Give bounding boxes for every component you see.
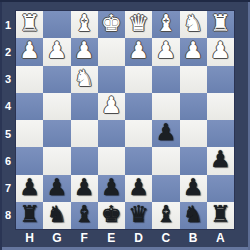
file-label-b: B bbox=[180, 229, 207, 247]
file-label-h: H bbox=[16, 229, 43, 247]
square-h4[interactable] bbox=[16, 93, 43, 120]
black-rook-h8: ♜ bbox=[19, 203, 40, 226]
square-c8[interactable]: ♝ bbox=[152, 202, 179, 229]
square-a4[interactable] bbox=[207, 93, 234, 120]
chess-board-frame: 12345678 ♜♝♚♛♝♞♜♟♟♟♟♟♟♟♞♟♟♟♟♟♟♟♟♟♜♞♝♚♛♝♞… bbox=[0, 0, 250, 250]
white-rook-h1: ♜ bbox=[19, 12, 40, 35]
rank-label-7: 7 bbox=[0, 175, 16, 202]
file-label-a: A bbox=[207, 229, 234, 247]
black-pawn-a6: ♟ bbox=[210, 148, 231, 171]
file-labels: HGFEDCBA bbox=[16, 229, 234, 247]
black-queen-d8: ♛ bbox=[128, 203, 149, 226]
white-pawn-c2: ♟ bbox=[156, 39, 177, 62]
rank-label-8: 8 bbox=[0, 202, 16, 229]
square-e6[interactable] bbox=[98, 147, 125, 174]
square-b8[interactable]: ♞ bbox=[180, 202, 207, 229]
black-pawn-c5: ♟ bbox=[156, 121, 177, 144]
white-king-e1: ♚ bbox=[101, 12, 122, 35]
square-b4[interactable] bbox=[180, 93, 207, 120]
file-label-d: D bbox=[125, 229, 152, 247]
square-f1[interactable]: ♝ bbox=[71, 11, 98, 38]
square-c3[interactable] bbox=[152, 66, 179, 93]
file-label-c: C bbox=[152, 229, 179, 247]
black-pawn-d7: ♟ bbox=[128, 176, 149, 199]
black-bishop-f8: ♝ bbox=[74, 203, 95, 226]
square-d8[interactable]: ♛ bbox=[125, 202, 152, 229]
square-f6[interactable] bbox=[71, 147, 98, 174]
white-pawn-b2: ♟ bbox=[183, 39, 204, 62]
square-h1[interactable]: ♜ bbox=[16, 11, 43, 38]
square-e8[interactable]: ♚ bbox=[98, 202, 125, 229]
square-d2[interactable]: ♟ bbox=[125, 38, 152, 65]
white-pawn-e4: ♟ bbox=[101, 94, 122, 117]
chess-board: ♜♝♚♛♝♞♜♟♟♟♟♟♟♟♞♟♟♟♟♟♟♟♟♟♜♞♝♚♛♝♞♜ bbox=[16, 11, 234, 229]
square-a2[interactable]: ♟ bbox=[207, 38, 234, 65]
file-label-g: G bbox=[43, 229, 70, 247]
square-f8[interactable]: ♝ bbox=[71, 202, 98, 229]
square-c7[interactable] bbox=[152, 175, 179, 202]
square-f3[interactable]: ♞ bbox=[71, 66, 98, 93]
rank-label-2: 2 bbox=[0, 38, 16, 65]
square-h3[interactable] bbox=[16, 66, 43, 93]
black-king-e8: ♚ bbox=[101, 203, 122, 226]
square-c2[interactable]: ♟ bbox=[152, 38, 179, 65]
square-f2[interactable]: ♟ bbox=[71, 38, 98, 65]
square-e1[interactable]: ♚ bbox=[98, 11, 125, 38]
white-pawn-g2: ♟ bbox=[47, 39, 68, 62]
file-label-f: F bbox=[71, 229, 98, 247]
file-label-e: E bbox=[98, 229, 125, 247]
square-f7[interactable]: ♟ bbox=[71, 175, 98, 202]
square-g7[interactable]: ♟ bbox=[43, 175, 70, 202]
white-pawn-h2: ♟ bbox=[19, 39, 40, 62]
rank-label-1: 1 bbox=[0, 11, 16, 38]
square-b3[interactable] bbox=[180, 66, 207, 93]
black-pawn-b7: ♟ bbox=[183, 176, 204, 199]
square-f4[interactable] bbox=[71, 93, 98, 120]
black-rook-a8: ♜ bbox=[210, 203, 231, 226]
square-d6[interactable] bbox=[125, 147, 152, 174]
black-pawn-f7: ♟ bbox=[74, 176, 95, 199]
square-c5[interactable]: ♟ bbox=[152, 120, 179, 147]
square-a3[interactable] bbox=[207, 66, 234, 93]
square-b6[interactable] bbox=[180, 147, 207, 174]
white-pawn-f2: ♟ bbox=[74, 39, 95, 62]
square-f5[interactable] bbox=[71, 120, 98, 147]
square-h8[interactable]: ♜ bbox=[16, 202, 43, 229]
rank-labels: 12345678 bbox=[0, 11, 16, 229]
rank-label-3: 3 bbox=[0, 66, 16, 93]
square-g4[interactable] bbox=[43, 93, 70, 120]
white-knight-f3: ♞ bbox=[74, 67, 95, 90]
white-bishop-c1: ♝ bbox=[156, 12, 177, 35]
square-b7[interactable]: ♟ bbox=[180, 175, 207, 202]
square-g3[interactable] bbox=[43, 66, 70, 93]
square-e5[interactable] bbox=[98, 120, 125, 147]
square-c6[interactable] bbox=[152, 147, 179, 174]
square-a6[interactable]: ♟ bbox=[207, 147, 234, 174]
black-bishop-c8: ♝ bbox=[156, 203, 177, 226]
square-a8[interactable]: ♜ bbox=[207, 202, 234, 229]
square-b1[interactable]: ♞ bbox=[180, 11, 207, 38]
square-h5[interactable] bbox=[16, 120, 43, 147]
black-pawn-h7: ♟ bbox=[19, 176, 40, 199]
black-knight-g8: ♞ bbox=[47, 203, 68, 226]
black-pawn-g7: ♟ bbox=[47, 176, 68, 199]
square-d5[interactable] bbox=[125, 120, 152, 147]
white-pawn-a2: ♟ bbox=[210, 39, 231, 62]
white-bishop-f1: ♝ bbox=[74, 12, 95, 35]
square-d3[interactable] bbox=[125, 66, 152, 93]
white-knight-b1: ♞ bbox=[183, 12, 204, 35]
white-queen-d1: ♛ bbox=[128, 12, 149, 35]
square-h2[interactable]: ♟ bbox=[16, 38, 43, 65]
square-a1[interactable]: ♜ bbox=[207, 11, 234, 38]
square-a7[interactable] bbox=[207, 175, 234, 202]
square-h6[interactable] bbox=[16, 147, 43, 174]
square-d7[interactable]: ♟ bbox=[125, 175, 152, 202]
square-e7[interactable]: ♟ bbox=[98, 175, 125, 202]
black-pawn-e7: ♟ bbox=[101, 176, 122, 199]
square-h7[interactable]: ♟ bbox=[16, 175, 43, 202]
square-b5[interactable] bbox=[180, 120, 207, 147]
square-g6[interactable] bbox=[43, 147, 70, 174]
white-rook-a1: ♜ bbox=[210, 12, 231, 35]
rank-label-6: 6 bbox=[0, 147, 16, 174]
square-g1[interactable] bbox=[43, 11, 70, 38]
square-g5[interactable] bbox=[43, 120, 70, 147]
square-g8[interactable]: ♞ bbox=[43, 202, 70, 229]
square-e3[interactable] bbox=[98, 66, 125, 93]
square-e2[interactable] bbox=[98, 38, 125, 65]
square-d1[interactable]: ♛ bbox=[125, 11, 152, 38]
square-b2[interactable]: ♟ bbox=[180, 38, 207, 65]
black-knight-b8: ♞ bbox=[183, 203, 204, 226]
square-e4[interactable]: ♟ bbox=[98, 93, 125, 120]
white-pawn-d2: ♟ bbox=[128, 39, 149, 62]
square-g2[interactable]: ♟ bbox=[43, 38, 70, 65]
square-a5[interactable] bbox=[207, 120, 234, 147]
rank-label-4: 4 bbox=[0, 93, 16, 120]
square-d4[interactable] bbox=[125, 93, 152, 120]
square-c4[interactable] bbox=[152, 93, 179, 120]
rank-label-5: 5 bbox=[0, 120, 16, 147]
square-c1[interactable]: ♝ bbox=[152, 11, 179, 38]
